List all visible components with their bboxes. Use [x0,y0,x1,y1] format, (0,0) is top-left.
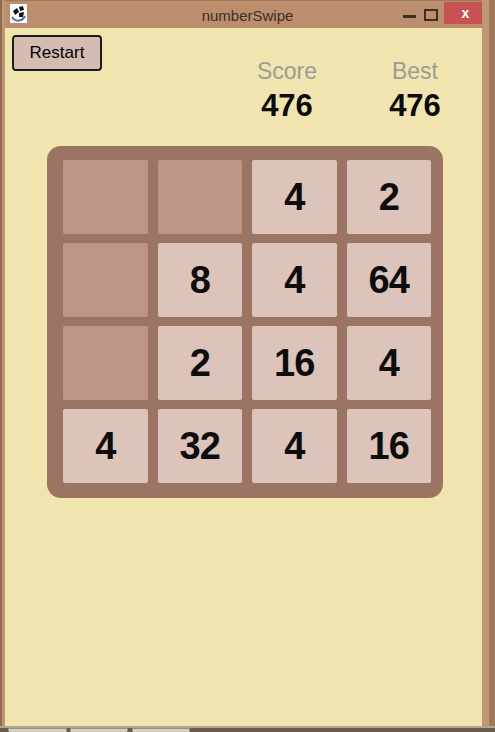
tile-r1c3: 4 [252,160,337,234]
tile-r3c1 [63,326,148,400]
tile-r4c2: 32 [158,409,243,483]
score-label: Score [235,58,339,85]
tile-r2c3: 4 [252,243,337,317]
tile-r3c4: 4 [347,326,432,400]
restart-button[interactable]: Restart [12,35,102,71]
title-bar[interactable]: numberSwipe x [0,0,495,28]
score-box: Score 476 [235,58,339,124]
tile-r4c4: 16 [347,409,432,483]
best-value: 476 [363,88,467,124]
tile-r3c3: 16 [252,326,337,400]
score-value: 476 [235,88,339,124]
window-border-right [489,0,495,732]
tile-r1c1 [63,160,148,234]
window-border-left-inner [2,0,5,732]
maximize-button[interactable] [424,9,438,21]
app-window: numberSwipe x Restart Score 476 Best 476… [0,0,495,732]
tile-r2c4: 64 [347,243,432,317]
tile-r2c1 [63,243,148,317]
tile-r1c2 [158,160,243,234]
tile-r3c2: 2 [158,326,243,400]
tile-r2c2: 8 [158,243,243,317]
tile-r4c1: 4 [63,409,148,483]
minimize-button[interactable] [399,6,421,24]
tile-r1c4: 2 [347,160,432,234]
game-board[interactable]: 4 2 8 4 64 2 16 4 4 32 4 16 [47,146,443,498]
close-button[interactable]: x [444,2,487,24]
background-window-button-2 [70,728,128,732]
tile-r4c3: 4 [252,409,337,483]
close-icon: x [462,6,470,20]
best-label: Best [363,58,467,85]
background-window-button-1 [8,728,67,732]
window-border-right-inner [482,0,489,732]
best-box: Best 476 [363,58,467,124]
background-window-button-3 [132,728,190,732]
